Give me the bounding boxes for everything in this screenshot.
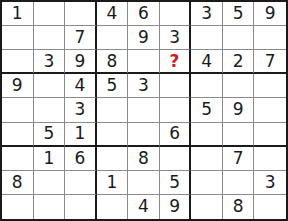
cell-r9c4[interactable] — [97, 195, 129, 219]
cell-r6c6[interactable]: 6 — [160, 123, 192, 147]
cell-r4c8[interactable] — [223, 74, 255, 98]
cell-r7c7[interactable] — [191, 147, 223, 171]
cell-r9c6[interactable]: 9 — [160, 195, 192, 219]
cell-r1c5[interactable]: 6 — [128, 2, 160, 26]
cell-r2c1[interactable] — [2, 26, 34, 50]
cell-r4c7[interactable] — [191, 74, 223, 98]
cell-r1c2[interactable] — [34, 2, 66, 26]
cell-r8c3[interactable] — [65, 171, 97, 195]
cell-r4c1[interactable]: 9 — [2, 74, 34, 98]
cell-r8c6[interactable]: 5 — [160, 171, 192, 195]
cell-r6c2[interactable]: 5 — [34, 123, 66, 147]
cell-r2c2[interactable] — [34, 26, 66, 50]
cell-r5c6[interactable] — [160, 98, 192, 122]
cell-r1c9[interactable]: 9 — [254, 2, 286, 26]
cell-r3c4[interactable]: 8 — [97, 50, 129, 74]
cell-r1c3[interactable] — [65, 2, 97, 26]
cell-r2c6[interactable]: 3 — [160, 26, 192, 50]
cell-r4c6[interactable] — [160, 74, 192, 98]
cell-r9c7[interactable] — [191, 195, 223, 219]
cell-r5c3[interactable]: 3 — [65, 98, 97, 122]
cell-r9c9[interactable] — [254, 195, 286, 219]
cell-r7c6[interactable] — [160, 147, 192, 171]
cell-r5c9[interactable] — [254, 98, 286, 122]
cell-r4c5[interactable]: 3 — [128, 74, 160, 98]
cell-r7c2[interactable]: 1 — [34, 147, 66, 171]
cell-r2c8[interactable] — [223, 26, 255, 50]
cell-r1c6[interactable] — [160, 2, 192, 26]
cell-r5c1[interactable] — [2, 98, 34, 122]
cell-r5c4[interactable] — [97, 98, 129, 122]
cell-r6c3[interactable]: 1 — [65, 123, 97, 147]
cell-r7c9[interactable] — [254, 147, 286, 171]
sudoku-board: 146359793398?427945335951616878153498 — [0, 0, 288, 221]
cell-r3c2[interactable]: 3 — [34, 50, 66, 74]
cell-r9c3[interactable] — [65, 195, 97, 219]
cell-r8c4[interactable]: 1 — [97, 171, 129, 195]
cell-r7c8[interactable]: 7 — [223, 147, 255, 171]
cell-r9c1[interactable] — [2, 195, 34, 219]
cell-r3c7[interactable]: 4 — [191, 50, 223, 74]
cell-r1c1[interactable]: 1 — [2, 2, 34, 26]
cell-r9c8[interactable]: 8 — [223, 195, 255, 219]
cell-r7c4[interactable] — [97, 147, 129, 171]
cell-r3c1[interactable] — [2, 50, 34, 74]
cell-r3c8[interactable]: 2 — [223, 50, 255, 74]
cell-r4c9[interactable] — [254, 74, 286, 98]
cell-r3c9[interactable]: 7 — [254, 50, 286, 74]
cell-r8c9[interactable]: 3 — [254, 171, 286, 195]
cell-r9c2[interactable] — [34, 195, 66, 219]
cell-r1c4[interactable]: 4 — [97, 2, 129, 26]
cell-r2c9[interactable] — [254, 26, 286, 50]
cell-r5c8[interactable]: 9 — [223, 98, 255, 122]
cell-r6c1[interactable] — [2, 123, 34, 147]
cell-r4c3[interactable]: 4 — [65, 74, 97, 98]
cell-r6c4[interactable] — [97, 123, 129, 147]
cell-r5c7[interactable]: 5 — [191, 98, 223, 122]
cell-r7c5[interactable]: 8 — [128, 147, 160, 171]
cell-r4c2[interactable] — [34, 74, 66, 98]
cell-r2c5[interactable]: 9 — [128, 26, 160, 50]
cell-r6c7[interactable] — [191, 123, 223, 147]
cell-r8c1[interactable]: 8 — [2, 171, 34, 195]
cell-r5c2[interactable] — [34, 98, 66, 122]
cell-r4c4[interactable]: 5 — [97, 74, 129, 98]
cell-r7c1[interactable] — [2, 147, 34, 171]
cell-r2c7[interactable] — [191, 26, 223, 50]
cell-r6c9[interactable] — [254, 123, 286, 147]
cell-r5c5[interactable] — [128, 98, 160, 122]
cell-r3c5[interactable] — [128, 50, 160, 74]
cell-r1c7[interactable]: 3 — [191, 2, 223, 26]
cell-r8c7[interactable] — [191, 171, 223, 195]
cell-r7c3[interactable]: 6 — [65, 147, 97, 171]
cell-r3c6[interactable]: ? — [160, 50, 192, 74]
cell-r6c5[interactable] — [128, 123, 160, 147]
cell-r6c8[interactable] — [223, 123, 255, 147]
cell-r3c3[interactable]: 9 — [65, 50, 97, 74]
cell-r8c8[interactable] — [223, 171, 255, 195]
cell-r1c8[interactable]: 5 — [223, 2, 255, 26]
cell-r2c4[interactable] — [97, 26, 129, 50]
cell-r2c3[interactable]: 7 — [65, 26, 97, 50]
cell-r8c2[interactable] — [34, 171, 66, 195]
cell-r8c5[interactable] — [128, 171, 160, 195]
sudoku-puzzle: 146359793398?427945335951616878153498 — [0, 0, 288, 221]
cell-r9c5[interactable]: 4 — [128, 195, 160, 219]
